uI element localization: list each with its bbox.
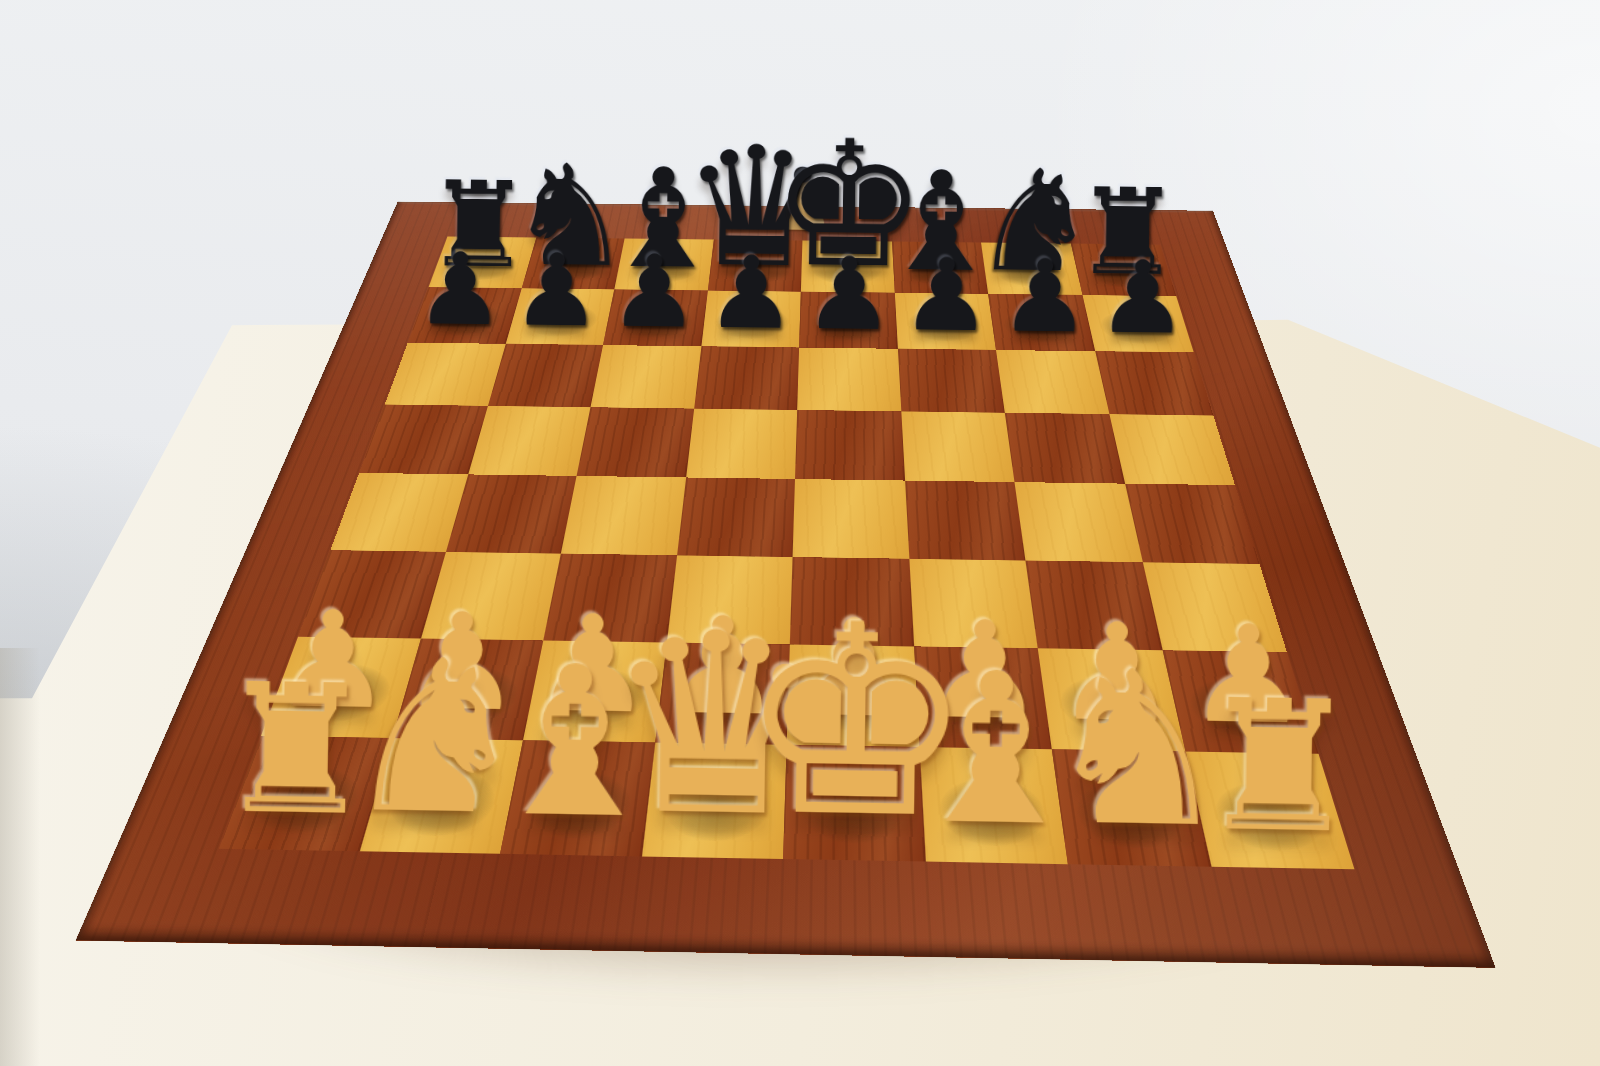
- square-g5[interactable]: [1005, 412, 1125, 483]
- square-g4[interactable]: [1014, 482, 1142, 562]
- square-e6[interactable]: [797, 348, 901, 412]
- square-d6[interactable]: [694, 346, 799, 409]
- square-c5[interactable]: [577, 407, 694, 477]
- square-h7[interactable]: ♟: [1082, 295, 1194, 353]
- black-pawn-d7[interactable]: ♟: [706, 246, 797, 339]
- square-b6[interactable]: [488, 344, 603, 407]
- square-f6[interactable]: [897, 349, 1004, 413]
- square-f4[interactable]: [905, 481, 1026, 561]
- square-a5[interactable]: [359, 404, 487, 474]
- white-bishop-f1[interactable]: ♝: [901, 653, 1091, 848]
- square-h6[interactable]: [1095, 351, 1213, 415]
- square-c1[interactable]: ♝: [500, 740, 655, 857]
- square-d7[interactable]: ♟: [701, 290, 801, 347]
- square-b5[interactable]: [468, 406, 591, 476]
- photo-scene: ♜♞♝♛♚♝♞♜♟♟♟♟♟♟♟♟♟♟♟♟♟♟♟♟♜♞♝♛♚♝♞♜♟: [0, 0, 1600, 1066]
- square-b7[interactable]: ♟: [505, 288, 614, 345]
- square-f5[interactable]: [901, 411, 1015, 482]
- black-pawn-e7[interactable]: ♟: [803, 248, 894, 341]
- square-d4[interactable]: [677, 477, 795, 556]
- white-bishop-c1[interactable]: ♝: [481, 646, 669, 840]
- square-e4[interactable]: [793, 479, 909, 558]
- square-d5[interactable]: [686, 408, 798, 479]
- square-f1[interactable]: ♝: [919, 747, 1068, 865]
- square-h1[interactable]: ♜: [1185, 751, 1355, 869]
- square-b4[interactable]: [446, 474, 577, 553]
- black-pawn-g7[interactable]: ♟: [999, 250, 1090, 343]
- square-f7[interactable]: ♟: [894, 293, 996, 350]
- square-g7[interactable]: ♟: [988, 294, 1095, 352]
- square-e5[interactable]: [795, 410, 905, 481]
- square-g6[interactable]: [996, 350, 1109, 414]
- square-h4[interactable]: [1125, 484, 1260, 564]
- black-pawn-h7[interactable]: ♟: [1097, 251, 1188, 344]
- square-a6[interactable]: [385, 343, 506, 406]
- black-pawn-b7[interactable]: ♟: [512, 244, 602, 337]
- square-a7[interactable]: ♟: [408, 287, 522, 344]
- white-rook-h1[interactable]: ♜: [1197, 683, 1362, 852]
- black-pawn-f7[interactable]: ♟: [901, 249, 992, 342]
- square-c6[interactable]: [591, 345, 701, 408]
- square-a4[interactable]: [330, 473, 467, 552]
- square-c7[interactable]: ♟: [603, 289, 707, 346]
- square-e7[interactable]: ♟: [799, 291, 897, 348]
- black-pawn-c7[interactable]: ♟: [609, 245, 699, 338]
- square-h5[interactable]: [1109, 414, 1235, 485]
- square-c4[interactable]: [561, 476, 686, 555]
- black-pawn-a7[interactable]: ♟: [415, 243, 505, 336]
